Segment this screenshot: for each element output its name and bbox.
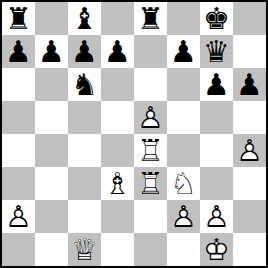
piece-outline-layer: ♖ xyxy=(134,134,167,167)
piece-wK-g1: ♚♔ xyxy=(200,233,233,266)
piece-wP-f2: ♟♙ xyxy=(167,200,200,233)
square-h5[interactable] xyxy=(233,101,266,134)
square-g1[interactable]: ♚♔ xyxy=(200,233,233,266)
piece-outline-layer: ♙ xyxy=(134,101,167,134)
square-g2[interactable]: ♟♙ xyxy=(200,200,233,233)
chess-board-frame: ♜♝♜♚♟♟♟♟♟♛♞♟♟♟♙♜♖♟♙♝♗♜♖♞♘♟♙♟♙♟♙♛♕♚♔ xyxy=(0,0,268,268)
piece-outline-layer: ♖ xyxy=(134,167,167,200)
square-d2[interactable] xyxy=(101,200,134,233)
square-g3[interactable] xyxy=(200,167,233,200)
piece-bQ-g7: ♛ xyxy=(200,35,233,68)
piece-solid-layer: ♜ xyxy=(2,2,35,35)
square-a4[interactable] xyxy=(2,134,35,167)
square-d4[interactable] xyxy=(101,134,134,167)
square-f2[interactable]: ♟♙ xyxy=(167,200,200,233)
square-a8[interactable]: ♜ xyxy=(2,2,35,35)
square-e5[interactable]: ♟♙ xyxy=(134,101,167,134)
square-h1[interactable] xyxy=(233,233,266,266)
square-b7[interactable]: ♟ xyxy=(35,35,68,68)
square-h7[interactable] xyxy=(233,35,266,68)
square-b6[interactable] xyxy=(35,68,68,101)
square-g7[interactable]: ♛ xyxy=(200,35,233,68)
square-a6[interactable] xyxy=(2,68,35,101)
square-g5[interactable] xyxy=(200,101,233,134)
square-a5[interactable] xyxy=(2,101,35,134)
piece-wQ-c1: ♛♕ xyxy=(68,233,101,266)
square-e4[interactable]: ♜♖ xyxy=(134,134,167,167)
piece-bR-e8: ♜ xyxy=(134,2,167,35)
square-d7[interactable]: ♟ xyxy=(101,35,134,68)
square-e1[interactable] xyxy=(134,233,167,266)
piece-solid-layer: ♟ xyxy=(233,68,266,101)
square-f7[interactable]: ♟ xyxy=(167,35,200,68)
piece-outline-layer: ♗ xyxy=(101,167,134,200)
square-d1[interactable] xyxy=(101,233,134,266)
square-a1[interactable] xyxy=(2,233,35,266)
piece-solid-layer: ♟ xyxy=(68,35,101,68)
square-h8[interactable] xyxy=(233,2,266,35)
piece-bP-a7: ♟ xyxy=(2,35,35,68)
piece-wP-h4: ♟♙ xyxy=(233,134,266,167)
square-c6[interactable]: ♞ xyxy=(68,68,101,101)
piece-outline-layer: ♙ xyxy=(200,200,233,233)
piece-bP-d7: ♟ xyxy=(101,35,134,68)
square-d8[interactable] xyxy=(101,2,134,35)
square-a3[interactable] xyxy=(2,167,35,200)
piece-outline-layer: ♙ xyxy=(167,200,200,233)
square-a2[interactable]: ♟♙ xyxy=(2,200,35,233)
piece-wP-e5: ♟♙ xyxy=(134,101,167,134)
piece-solid-layer: ♞ xyxy=(68,68,101,101)
square-c8[interactable]: ♝ xyxy=(68,2,101,35)
piece-bB-c8: ♝ xyxy=(68,2,101,35)
square-f3[interactable]: ♞♘ xyxy=(167,167,200,200)
piece-solid-layer: ♟ xyxy=(200,68,233,101)
piece-wP-g2: ♟♙ xyxy=(200,200,233,233)
piece-bP-g6: ♟ xyxy=(200,68,233,101)
piece-bP-c7: ♟ xyxy=(68,35,101,68)
square-h2[interactable] xyxy=(233,200,266,233)
square-g8[interactable]: ♚ xyxy=(200,2,233,35)
piece-bP-f7: ♟ xyxy=(167,35,200,68)
piece-wN-f3: ♞♘ xyxy=(167,167,200,200)
square-e2[interactable] xyxy=(134,200,167,233)
piece-outline-layer: ♕ xyxy=(68,233,101,266)
piece-solid-layer: ♛ xyxy=(200,35,233,68)
square-b4[interactable] xyxy=(35,134,68,167)
square-b3[interactable] xyxy=(35,167,68,200)
piece-outline-layer: ♔ xyxy=(200,233,233,266)
piece-solid-layer: ♟ xyxy=(167,35,200,68)
piece-bN-c6: ♞ xyxy=(68,68,101,101)
square-g6[interactable]: ♟ xyxy=(200,68,233,101)
square-c5[interactable] xyxy=(68,101,101,134)
square-b2[interactable] xyxy=(35,200,68,233)
square-e6[interactable] xyxy=(134,68,167,101)
square-c3[interactable] xyxy=(68,167,101,200)
piece-solid-layer: ♟ xyxy=(35,35,68,68)
square-d3[interactable]: ♝♗ xyxy=(101,167,134,200)
square-e7[interactable] xyxy=(134,35,167,68)
square-d5[interactable] xyxy=(101,101,134,134)
piece-bP-h6: ♟ xyxy=(233,68,266,101)
piece-solid-layer: ♜ xyxy=(134,2,167,35)
square-b1[interactable] xyxy=(35,233,68,266)
square-f4[interactable] xyxy=(167,134,200,167)
square-b5[interactable] xyxy=(35,101,68,134)
piece-bK-g8: ♚ xyxy=(200,2,233,35)
square-c2[interactable] xyxy=(68,200,101,233)
piece-outline-layer: ♘ xyxy=(167,167,200,200)
square-f5[interactable] xyxy=(167,101,200,134)
piece-wB-d3: ♝♗ xyxy=(101,167,134,200)
square-g4[interactable] xyxy=(200,134,233,167)
square-f6[interactable] xyxy=(167,68,200,101)
piece-wR-e3: ♜♖ xyxy=(134,167,167,200)
piece-solid-layer: ♝ xyxy=(68,2,101,35)
square-a7[interactable]: ♟ xyxy=(2,35,35,68)
square-e8[interactable]: ♜ xyxy=(134,2,167,35)
square-f1[interactable] xyxy=(167,233,200,266)
piece-wP-a2: ♟♙ xyxy=(2,200,35,233)
square-e3[interactable]: ♜♖ xyxy=(134,167,167,200)
piece-solid-layer: ♟ xyxy=(101,35,134,68)
square-c1[interactable]: ♛♕ xyxy=(68,233,101,266)
piece-outline-layer: ♙ xyxy=(233,134,266,167)
square-h3[interactable] xyxy=(233,167,266,200)
square-c4[interactable] xyxy=(68,134,101,167)
piece-wR-e4: ♜♖ xyxy=(134,134,167,167)
square-d6[interactable] xyxy=(101,68,134,101)
chess-board: ♜♝♜♚♟♟♟♟♟♛♞♟♟♟♙♜♖♟♙♝♗♜♖♞♘♟♙♟♙♟♙♛♕♚♔ xyxy=(2,2,266,266)
square-h4[interactable]: ♟♙ xyxy=(233,134,266,167)
piece-bP-b7: ♟ xyxy=(35,35,68,68)
piece-solid-layer: ♚ xyxy=(200,2,233,35)
piece-outline-layer: ♙ xyxy=(2,200,35,233)
square-h6[interactable]: ♟ xyxy=(233,68,266,101)
piece-bR-a8: ♜ xyxy=(2,2,35,35)
square-f8[interactable] xyxy=(167,2,200,35)
piece-solid-layer: ♟ xyxy=(2,35,35,68)
square-c7[interactable]: ♟ xyxy=(68,35,101,68)
square-b8[interactable] xyxy=(35,2,68,35)
